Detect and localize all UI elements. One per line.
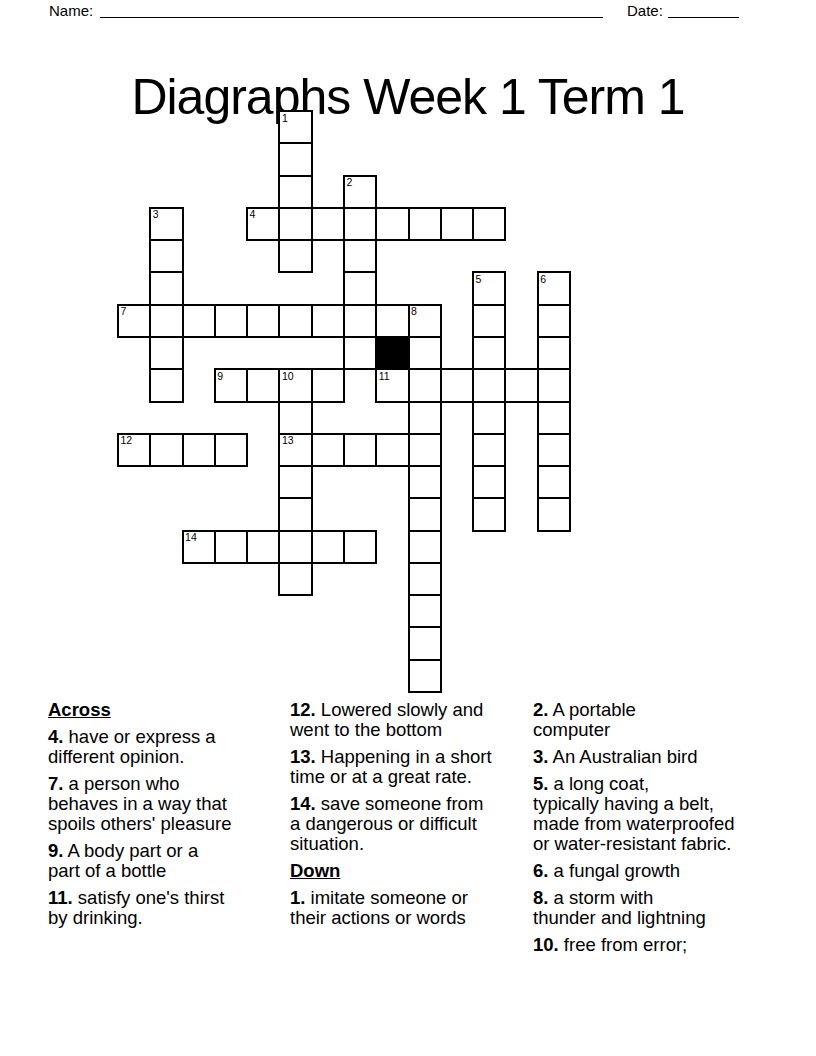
grid-cell[interactable]: [409, 563, 441, 595]
grid-cell[interactable]: [215, 531, 247, 563]
grid-cell[interactable]: [538, 498, 570, 530]
grid-cell[interactable]: [344, 434, 376, 466]
cell-number: 5: [476, 274, 482, 285]
grid-cell[interactable]: [473, 369, 505, 401]
clue-number: 3.: [533, 746, 548, 767]
cell-number: 10: [282, 371, 294, 382]
grid-cell[interactable]: [473, 208, 505, 240]
cell-number: 13: [282, 435, 294, 446]
clue-14: 14. save someone froma dangerous or diff…: [290, 794, 540, 854]
clue-6: 6. a fungal growth: [533, 861, 798, 881]
clues-column-middle: 12. Lowered slowly andwent to the bottom…: [290, 700, 540, 935]
grid-cell[interactable]: [409, 660, 441, 692]
clue-11: 11. satisfy one's thirstby drinking.: [48, 888, 298, 928]
grid-cell[interactable]: [215, 305, 247, 337]
grid-cell[interactable]: [312, 531, 344, 563]
black-cell: [376, 337, 408, 369]
cell-number: 9: [217, 371, 223, 382]
grid-cell[interactable]: [247, 531, 279, 563]
grid-cell[interactable]: [150, 369, 182, 401]
date-label: Date:: [627, 2, 663, 19]
grid-cell[interactable]: [473, 466, 505, 498]
grid-cell[interactable]: [344, 272, 376, 304]
grid-cell[interactable]: [344, 208, 376, 240]
grid-cell[interactable]: [441, 208, 473, 240]
grid-cell[interactable]: [409, 208, 441, 240]
grid-cell[interactable]: [473, 305, 505, 337]
grid-cell[interactable]: [312, 208, 344, 240]
clue-7: 7. a person whobehaves in a way thatspoi…: [48, 774, 298, 834]
grid-cell[interactable]: [473, 434, 505, 466]
grid-cell[interactable]: [409, 337, 441, 369]
clues-column-right: 2. A portablecomputer3. An Australian bi…: [533, 700, 798, 962]
clue-12: 12. Lowered slowly andwent to the bottom: [290, 700, 540, 740]
grid-cell[interactable]: [279, 240, 311, 272]
grid-cell[interactable]: [215, 434, 247, 466]
grid-cell[interactable]: [538, 402, 570, 434]
cell-number: 12: [121, 435, 133, 446]
clue-8: 8. a storm withthunder and lightning: [533, 888, 798, 928]
cell-number: 11: [379, 371, 390, 382]
clue-number: 2.: [533, 699, 548, 720]
grid-cell[interactable]: [409, 627, 441, 659]
grid-cell[interactable]: [409, 466, 441, 498]
grid-cell[interactable]: [344, 305, 376, 337]
clue-number: 9.: [48, 840, 63, 861]
grid-cell[interactable]: [538, 305, 570, 337]
clue-number: 14.: [290, 793, 316, 814]
grid-cell[interactable]: [247, 369, 279, 401]
cell-number: 3: [153, 209, 159, 220]
grid-cell[interactable]: [344, 337, 376, 369]
clue-2: 2. A portablecomputer: [533, 700, 798, 740]
grid-cell[interactable]: [409, 402, 441, 434]
clue-3: 3. An Australian bird: [533, 747, 798, 767]
clue-number: 1.: [290, 887, 305, 908]
grid-cell[interactable]: [538, 434, 570, 466]
grid-cell[interactable]: [279, 402, 311, 434]
grid-cell[interactable]: [150, 434, 182, 466]
grid-cell[interactable]: [312, 369, 344, 401]
cell-number: 1: [282, 113, 288, 124]
grid-cell[interactable]: [409, 531, 441, 563]
grid-cell[interactable]: [279, 498, 311, 530]
grid-cell[interactable]: [473, 402, 505, 434]
clue-13: 13. Happening in a shorttime or at a gre…: [290, 747, 540, 787]
clue-10: 10. free from error;: [533, 935, 798, 955]
grid-cell[interactable]: [409, 434, 441, 466]
grid-cell[interactable]: [279, 563, 311, 595]
clue-number: 12.: [290, 699, 316, 720]
clue-number: 10.: [533, 934, 559, 955]
grid-cell[interactable]: [150, 240, 182, 272]
clue-4: 4. have or express adifferent opinion.: [48, 727, 298, 767]
clues-heading-down: Down: [290, 861, 540, 881]
grid-cell[interactable]: [473, 498, 505, 530]
clue-1: 1. imitate someone ortheir actions or wo…: [290, 888, 540, 928]
grid-cell[interactable]: [538, 369, 570, 401]
grid-cell[interactable]: [279, 176, 311, 208]
cell-number: 14: [185, 532, 197, 543]
grid-cell[interactable]: [344, 531, 376, 563]
crossword-board: 1234567891011121314: [118, 111, 570, 692]
clue-number: 11.: [48, 887, 73, 908]
clue-number: 7.: [48, 773, 63, 794]
grid-cell[interactable]: [409, 595, 441, 627]
grid-cell[interactable]: [279, 305, 311, 337]
cell-number: 2: [346, 177, 352, 188]
clue-number: 5.: [533, 773, 548, 794]
clue-number: 13.: [290, 746, 316, 767]
name-line[interactable]: [100, 1, 603, 18]
grid-cell[interactable]: [279, 531, 311, 563]
clue-9: 9. A body part or apart of a bottle: [48, 841, 298, 881]
grid-cell[interactable]: [312, 434, 344, 466]
date-line[interactable]: [668, 1, 739, 18]
grid-cell[interactable]: [376, 208, 408, 240]
grid-cell[interactable]: [409, 369, 441, 401]
grid-cell[interactable]: [344, 240, 376, 272]
grid-cell[interactable]: [247, 305, 279, 337]
clue-number: 4.: [48, 726, 63, 747]
clues-column-left: Across4. have or express adifferent opin…: [48, 700, 298, 935]
grid-cell[interactable]: [312, 305, 344, 337]
name-label: Name:: [49, 2, 93, 19]
clue-5: 5. a long coat,typically having a belt,m…: [533, 774, 798, 854]
grid-cell[interactable]: [279, 466, 311, 498]
clue-number: 8.: [533, 887, 548, 908]
grid-cell[interactable]: [441, 369, 473, 401]
grid-cell[interactable]: [183, 305, 215, 337]
cell-number: 4: [250, 209, 256, 220]
grid-cell[interactable]: [376, 305, 408, 337]
grid-cell[interactable]: [183, 434, 215, 466]
grid-cell[interactable]: [538, 337, 570, 369]
grid-cell[interactable]: [150, 305, 182, 337]
grid-cell[interactable]: [150, 337, 182, 369]
grid-cell[interactable]: [473, 337, 505, 369]
grid-cell[interactable]: [150, 272, 182, 304]
cell-number: 8: [411, 306, 417, 317]
grid-cell[interactable]: [538, 466, 570, 498]
cell-number: 7: [121, 306, 127, 317]
grid-cell[interactable]: [505, 369, 537, 401]
clue-number: 6.: [533, 860, 548, 881]
grid-cell[interactable]: [279, 208, 311, 240]
grid-cell[interactable]: [376, 434, 408, 466]
grid-cell[interactable]: [409, 498, 441, 530]
clues-heading-across: Across: [48, 700, 298, 720]
cell-number: 6: [540, 274, 546, 285]
grid-cell[interactable]: [279, 143, 311, 175]
